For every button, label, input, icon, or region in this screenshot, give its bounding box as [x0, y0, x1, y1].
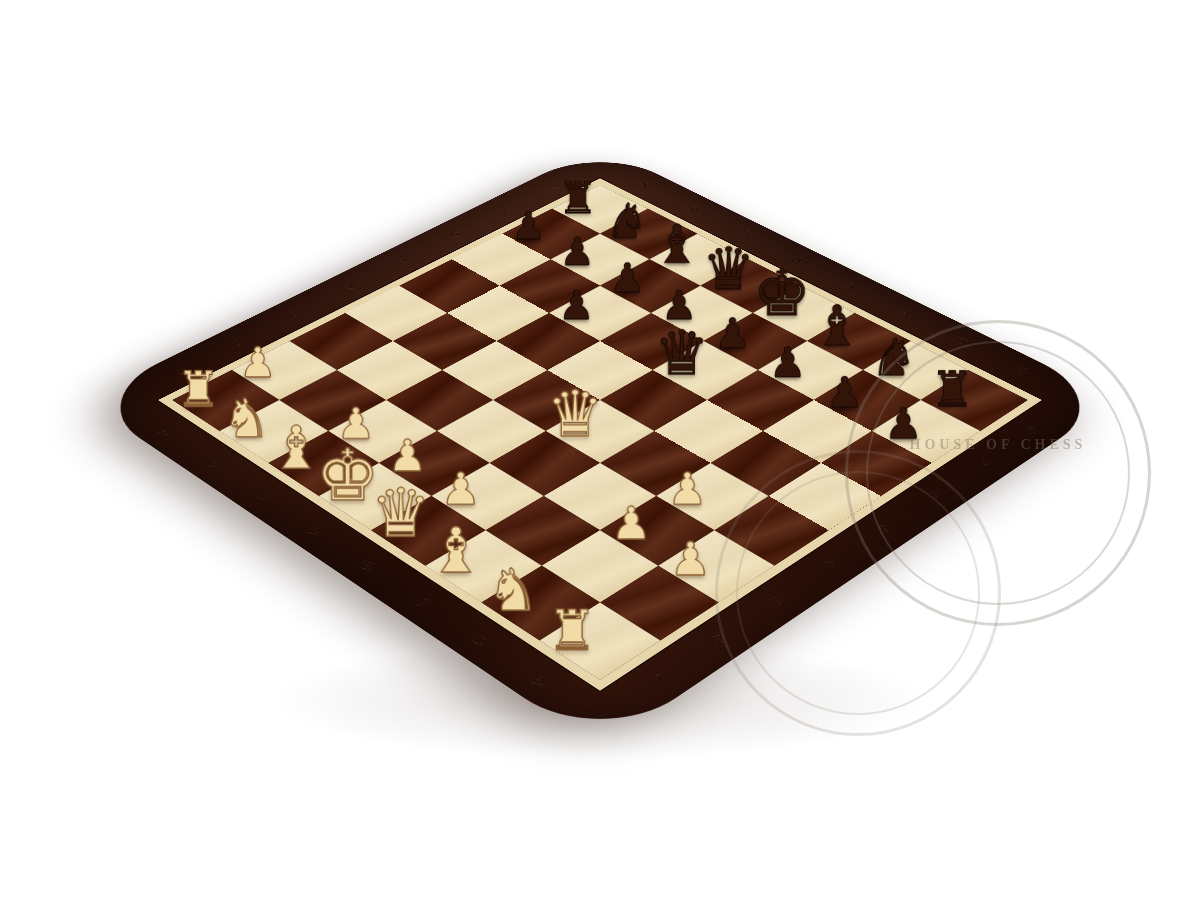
edge-label-file-A-near: A [145, 420, 187, 441]
edge-label-file-C-far: C [727, 226, 763, 243]
chess-product-photo: { "game": { "name": "chess", "scene": "O… [0, 0, 1200, 900]
edge-label-rank-3-left: 3 [276, 304, 314, 323]
square-h7: ♟ [872, 400, 981, 463]
edge-label-file-A-far: A [629, 177, 664, 193]
edge-label-file-E-near: E [346, 553, 391, 577]
edge-label-rank-5-left: 5 [385, 251, 423, 269]
edge-label-file-H-far: H [1001, 361, 1039, 380]
edge-label-rank-6-right: 6 [914, 484, 958, 506]
edge-label-file-B-far: B [678, 201, 714, 217]
edge-label-file-F-near: F [400, 590, 445, 615]
edge-label-file-D-near: D [293, 518, 337, 541]
edge-label-file-H-near: H [516, 666, 562, 692]
edge-label-file-D-far: D [779, 251, 815, 268]
piece-white-pawn-e2: ♟ [441, 467, 481, 512]
edge-label-rank-4-left: 4 [331, 277, 369, 296]
edge-label-file-G-near: G [457, 627, 503, 653]
piece-white-pawn-a2: ♟ [239, 342, 276, 384]
edge-label-file-C-near: C [242, 485, 286, 507]
edge-label-rank-1-right: 1 [637, 666, 683, 692]
chess-board: ♜♞♝♛♚♝♞♜♟♟♟♟♟♟♟♟♟♛♛♟♟♟♟♟♟♟♜♞♝♚♛♝♞♜ 11AA2… [83, 146, 1117, 749]
edge-label-rank-7-right: 7 [964, 452, 1007, 473]
square-f3 [544, 463, 656, 530]
edge-label-rank-4-right: 4 [809, 553, 854, 577]
edge-label-rank-6-left: 6 [436, 226, 473, 244]
edge-label-rank-8-right: 8 [1012, 420, 1054, 441]
piece-black-pawn-c6: ♟ [558, 285, 594, 325]
edge-label-rank-3-right: 3 [754, 589, 799, 614]
edge-label-rank-2-right: 2 [696, 627, 742, 652]
edge-label-rank-7-left: 7 [487, 201, 524, 218]
edge-label-rank-1-left: 1 [161, 361, 200, 381]
edge-label-file-F-far: F [887, 304, 924, 322]
piece-black-pawn-h7: ♟ [884, 402, 923, 445]
edge-label-rank-5-right: 5 [863, 518, 907, 541]
playing-area: ♜♞♝♛♚♝♞♜♟♟♟♟♟♟♟♟♟♛♛♟♟♟♟♟♟♟♜♞♝♚♛♝♞♜ [158, 178, 1042, 690]
square-g3: ♟ [600, 496, 714, 566]
edge-label-file-G-far: G [943, 332, 981, 351]
edge-label-rank-8-left: 8 [536, 177, 572, 194]
piece-white-pawn-g4: ♟ [667, 467, 707, 512]
edge-label-file-B-near: B [192, 452, 235, 473]
photo-scene: ♜♞♝♛♚♝♞♜♟♟♟♟♟♟♟♟♟♛♛♟♟♟♟♟♟♟♜♞♝♚♛♝♞♜ 11AA2… [0, 0, 1200, 900]
edge-label-rank-2-left: 2 [219, 332, 258, 352]
edge-label-file-E-far: E [832, 277, 869, 295]
square-f6 [707, 370, 814, 431]
